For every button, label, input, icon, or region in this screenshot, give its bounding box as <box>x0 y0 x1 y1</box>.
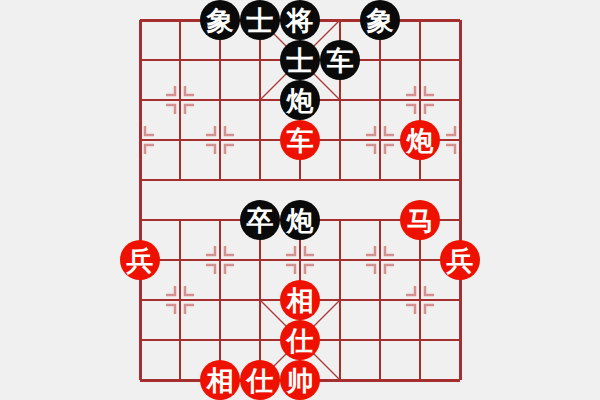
piece-black-soldier[interactable]: 卒 <box>240 200 280 240</box>
piece-red-elephant[interactable]: 相 <box>280 280 320 320</box>
piece-red-elephant[interactable]: 相 <box>200 360 240 400</box>
piece-black-elephant[interactable]: 象 <box>200 0 240 40</box>
piece-black-chariot[interactable]: 车 <box>320 40 360 80</box>
piece-black-cannon[interactable]: 炮 <box>280 200 320 240</box>
piece-red-general[interactable]: 帅 <box>280 360 320 400</box>
piece-black-cannon[interactable]: 炮 <box>280 80 320 120</box>
piece-black-advisor[interactable]: 士 <box>280 40 320 80</box>
xiangqi-app: 象士将象士车炮车炮卒炮马兵兵相仕相仕帅 <box>0 0 600 400</box>
xiangqi-board[interactable]: 象士将象士车炮车炮卒炮马兵兵相仕相仕帅 <box>120 0 480 400</box>
piece-black-general[interactable]: 将 <box>280 0 320 40</box>
piece-red-soldier[interactable]: 兵 <box>440 240 480 280</box>
piece-black-elephant[interactable]: 象 <box>360 0 400 40</box>
piece-red-soldier[interactable]: 兵 <box>120 240 160 280</box>
piece-red-advisor[interactable]: 仕 <box>240 360 280 400</box>
piece-red-horse[interactable]: 马 <box>400 200 440 240</box>
piece-red-advisor[interactable]: 仕 <box>280 320 320 360</box>
piece-red-chariot[interactable]: 车 <box>280 120 320 160</box>
piece-red-cannon[interactable]: 炮 <box>400 120 440 160</box>
piece-black-advisor[interactable]: 士 <box>240 0 280 40</box>
